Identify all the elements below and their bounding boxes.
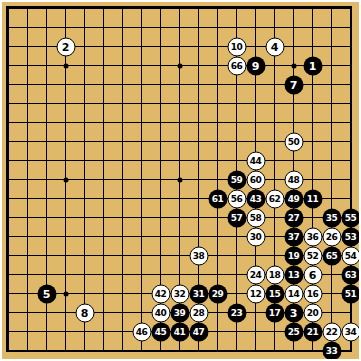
stone-5: 5 bbox=[37, 284, 56, 303]
stone-number: 23 bbox=[231, 308, 243, 317]
stone-number: 40 bbox=[155, 308, 167, 317]
stone-number: 44 bbox=[250, 156, 262, 165]
stone-57: 57 bbox=[227, 208, 246, 227]
stone-number: 34 bbox=[345, 327, 357, 336]
stone-number: 20 bbox=[307, 308, 319, 317]
stone-number: 18 bbox=[269, 270, 281, 279]
stone-29: 29 bbox=[208, 284, 227, 303]
stone-number: 54 bbox=[345, 251, 357, 260]
stone-32: 32 bbox=[170, 284, 189, 303]
stone-number: 53 bbox=[345, 232, 357, 241]
stone-52: 52 bbox=[303, 246, 322, 265]
stone-16: 16 bbox=[303, 284, 322, 303]
stone-3: 3 bbox=[284, 303, 303, 322]
stone-28: 28 bbox=[189, 303, 208, 322]
stone-21: 21 bbox=[303, 322, 322, 341]
stone-58: 58 bbox=[246, 208, 265, 227]
stone-number: 33 bbox=[326, 346, 338, 355]
stone-number: 12 bbox=[250, 289, 262, 298]
stone-43: 43 bbox=[246, 189, 265, 208]
stone-25: 25 bbox=[284, 322, 303, 341]
stone-number: 45 bbox=[155, 327, 167, 336]
stone-11: 11 bbox=[303, 189, 322, 208]
stone-number: 21 bbox=[307, 327, 319, 336]
stone-number: 14 bbox=[288, 289, 300, 298]
stone-13: 13 bbox=[284, 265, 303, 284]
stone-number: 8 bbox=[81, 307, 89, 318]
stone-34: 34 bbox=[341, 322, 360, 341]
stone-number: 15 bbox=[269, 289, 281, 298]
stone-9: 9 bbox=[246, 56, 265, 75]
stone-number: 19 bbox=[288, 251, 300, 260]
stone-40: 40 bbox=[151, 303, 170, 322]
stone-number: 62 bbox=[269, 194, 281, 203]
stone-7: 7 bbox=[284, 75, 303, 94]
stone-56: 56 bbox=[227, 189, 246, 208]
stone-46: 46 bbox=[132, 322, 151, 341]
stone-48: 48 bbox=[284, 170, 303, 189]
stone-number: 9 bbox=[252, 60, 260, 71]
stone-62: 62 bbox=[265, 189, 284, 208]
stone-number: 16 bbox=[307, 289, 319, 298]
stone-14: 14 bbox=[284, 284, 303, 303]
stone-number: 13 bbox=[288, 270, 300, 279]
stone-number: 30 bbox=[250, 232, 262, 241]
stone-24: 24 bbox=[246, 265, 265, 284]
stone-15: 15 bbox=[265, 284, 284, 303]
stone-31: 31 bbox=[189, 284, 208, 303]
stone-27: 27 bbox=[284, 208, 303, 227]
stone-number: 43 bbox=[250, 194, 262, 203]
stone-number: 42 bbox=[155, 289, 167, 298]
stone-number: 28 bbox=[193, 308, 205, 317]
stone-38: 38 bbox=[189, 246, 208, 265]
star-point bbox=[63, 63, 68, 68]
stone-number: 37 bbox=[288, 232, 300, 241]
stone-number: 60 bbox=[250, 175, 262, 184]
stone-53: 53 bbox=[341, 227, 360, 246]
stone-10: 10 bbox=[227, 37, 246, 56]
stone-number: 57 bbox=[231, 213, 243, 222]
stone-number: 47 bbox=[193, 327, 205, 336]
stone-number: 46 bbox=[136, 327, 148, 336]
stone-number: 2 bbox=[62, 41, 70, 52]
stone-number: 38 bbox=[193, 251, 205, 260]
stone-47: 47 bbox=[189, 322, 208, 341]
stone-63: 63 bbox=[341, 265, 360, 284]
stone-2: 2 bbox=[56, 37, 75, 56]
stone-33: 33 bbox=[322, 341, 341, 360]
stone-number: 25 bbox=[288, 327, 300, 336]
stone-number: 24 bbox=[250, 270, 262, 279]
stone-66: 66 bbox=[227, 56, 246, 75]
stone-19: 19 bbox=[284, 246, 303, 265]
stone-number: 41 bbox=[174, 327, 186, 336]
stone-number: 31 bbox=[193, 289, 205, 298]
stone-30: 30 bbox=[246, 227, 265, 246]
stone-number: 55 bbox=[345, 213, 357, 222]
stone-4: 4 bbox=[265, 37, 284, 56]
stone-number: 52 bbox=[307, 251, 319, 260]
stone-number: 3 bbox=[290, 307, 298, 318]
star-point bbox=[177, 177, 182, 182]
stone-number: 59 bbox=[231, 175, 243, 184]
stone-number: 27 bbox=[288, 213, 300, 222]
stone-49: 49 bbox=[284, 189, 303, 208]
stone-number: 35 bbox=[326, 213, 338, 222]
stone-number: 10 bbox=[231, 42, 243, 51]
stone-number: 7 bbox=[290, 79, 298, 90]
kifu-diagram: 1234567891011121314151617181920212223242… bbox=[0, 0, 361, 361]
star-point bbox=[177, 63, 182, 68]
stone-51: 51 bbox=[341, 284, 360, 303]
stone-number: 50 bbox=[288, 137, 300, 146]
stone-1: 1 bbox=[303, 56, 322, 75]
stone-23: 23 bbox=[227, 303, 246, 322]
stone-42: 42 bbox=[151, 284, 170, 303]
stone-44: 44 bbox=[246, 151, 265, 170]
stone-35: 35 bbox=[322, 208, 341, 227]
star-point bbox=[63, 291, 68, 296]
stone-59: 59 bbox=[227, 170, 246, 189]
stone-number: 63 bbox=[345, 270, 357, 279]
stone-number: 11 bbox=[307, 194, 319, 203]
stone-number: 66 bbox=[231, 61, 243, 70]
stone-number: 56 bbox=[231, 194, 243, 203]
stone-20: 20 bbox=[303, 303, 322, 322]
stone-60: 60 bbox=[246, 170, 265, 189]
stone-22: 22 bbox=[322, 322, 341, 341]
stone-61: 61 bbox=[208, 189, 227, 208]
stone-number: 39 bbox=[174, 308, 186, 317]
stone-number: 22 bbox=[326, 327, 338, 336]
stone-number: 6 bbox=[309, 269, 317, 280]
stone-39: 39 bbox=[170, 303, 189, 322]
stone-number: 5 bbox=[43, 288, 51, 299]
stone-number: 17 bbox=[269, 308, 281, 317]
stone-number: 61 bbox=[212, 194, 224, 203]
stone-65: 65 bbox=[322, 246, 341, 265]
stone-12: 12 bbox=[246, 284, 265, 303]
stone-number: 1 bbox=[309, 60, 317, 71]
stone-number: 48 bbox=[288, 175, 300, 184]
stone-55: 55 bbox=[341, 208, 360, 227]
go-board[interactable]: 1234567891011121314151617181920212223242… bbox=[0, 0, 361, 361]
stone-number: 26 bbox=[326, 232, 338, 241]
stone-54: 54 bbox=[341, 246, 360, 265]
stone-number: 32 bbox=[174, 289, 186, 298]
stone-8: 8 bbox=[75, 303, 94, 322]
star-point bbox=[63, 177, 68, 182]
star-point bbox=[291, 63, 296, 68]
stone-number: 65 bbox=[326, 251, 338, 260]
stone-number: 29 bbox=[212, 289, 224, 298]
stone-number: 51 bbox=[345, 289, 357, 298]
stone-41: 41 bbox=[170, 322, 189, 341]
stone-6: 6 bbox=[303, 265, 322, 284]
stone-26: 26 bbox=[322, 227, 341, 246]
stone-45: 45 bbox=[151, 322, 170, 341]
stone-number: 49 bbox=[288, 194, 300, 203]
stone-number: 36 bbox=[307, 232, 319, 241]
stone-50: 50 bbox=[284, 132, 303, 151]
stone-17: 17 bbox=[265, 303, 284, 322]
stone-number: 4 bbox=[271, 41, 279, 52]
stone-36: 36 bbox=[303, 227, 322, 246]
stone-37: 37 bbox=[284, 227, 303, 246]
stone-number: 58 bbox=[250, 213, 262, 222]
stone-18: 18 bbox=[265, 265, 284, 284]
